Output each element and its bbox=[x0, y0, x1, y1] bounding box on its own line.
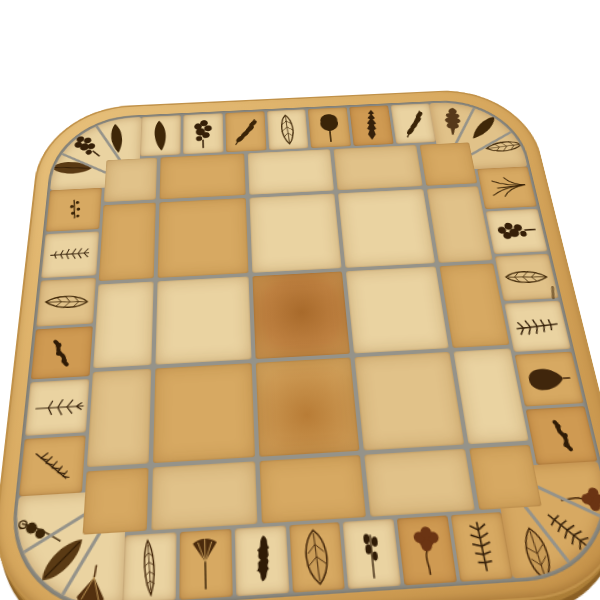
border-tile-right-5 bbox=[515, 352, 584, 407]
round-leaf-icon bbox=[518, 360, 579, 398]
field-tile-r4-c5 bbox=[453, 349, 528, 444]
paddle-leaf-icon bbox=[27, 524, 97, 596]
field-tile-r1-c5 bbox=[420, 142, 478, 185]
smooth-leaf-icon bbox=[509, 521, 566, 579]
smooth-leaf-icon bbox=[294, 525, 340, 590]
cedar-sprig-icon bbox=[508, 309, 567, 345]
field-tile-r3-c4 bbox=[346, 266, 449, 354]
grass-tuft-icon bbox=[480, 173, 533, 203]
border-tile-left-3 bbox=[36, 277, 96, 327]
border-tile-bottom-5 bbox=[343, 519, 401, 589]
field-tile-r1-c1 bbox=[104, 158, 157, 202]
border-tile-right-1 bbox=[477, 166, 537, 208]
olive-branch-icon bbox=[229, 113, 262, 151]
border-tile-bottom-6 bbox=[397, 515, 457, 585]
toothed-leaf-icon bbox=[353, 107, 389, 144]
veined-leaf-icon bbox=[39, 285, 94, 320]
lavender-sprig-icon bbox=[348, 521, 396, 586]
perspective-viewport bbox=[0, 0, 600, 600]
plain-tile-field bbox=[83, 142, 542, 534]
tabletop-wood-frame bbox=[0, 87, 600, 600]
field-tile-r4-c3 bbox=[255, 358, 359, 457]
field-tile-r1-c2 bbox=[160, 153, 246, 199]
poppy-flower-icon bbox=[553, 479, 600, 519]
border-tile-top-4 bbox=[267, 109, 309, 150]
corner-fan-bottom-left bbox=[7, 490, 127, 600]
field-tile-r3-c1 bbox=[93, 281, 153, 368]
border-tile-row-bottom bbox=[122, 512, 513, 600]
border-tile-left-6 bbox=[19, 436, 86, 497]
field-tile-r4-c1 bbox=[87, 369, 151, 467]
field-tile-r2-c3 bbox=[249, 194, 342, 273]
slim-veined-leaf-icon bbox=[128, 535, 172, 600]
corner-grout-line bbox=[493, 466, 600, 579]
tree-leaf-icon bbox=[312, 109, 347, 147]
corner-fan-bottom-right bbox=[493, 461, 600, 578]
cedar-sprig-icon bbox=[532, 497, 600, 565]
pine-branch-icon bbox=[22, 445, 83, 487]
border-tile-top-2 bbox=[183, 113, 223, 154]
border-tile-bottom-1 bbox=[122, 532, 176, 600]
poppy-flower-icon bbox=[402, 518, 451, 583]
corner-grout-line bbox=[493, 465, 600, 538]
rosemary-sprig-icon bbox=[44, 238, 97, 270]
field-tile-r1-c3 bbox=[247, 149, 334, 195]
tile-panel bbox=[3, 97, 600, 600]
corner-grout-line bbox=[7, 490, 127, 580]
border-tile-top-5 bbox=[308, 107, 351, 148]
photo-canvas bbox=[0, 0, 600, 600]
oak-cluster-icon bbox=[489, 215, 544, 246]
border-tile-bottom-2 bbox=[179, 529, 232, 600]
corner-grout-line bbox=[35, 490, 127, 600]
ginkgo-leaf-icon bbox=[68, 548, 119, 600]
field-tile-r1-c4 bbox=[334, 145, 423, 190]
dark-sprig-icon bbox=[34, 335, 91, 372]
border-tile-bottom-4 bbox=[289, 522, 345, 593]
field-tile-r5-c3 bbox=[259, 455, 366, 524]
seedpod-branch-icon bbox=[10, 509, 68, 557]
border-tile-bottom-7 bbox=[451, 512, 513, 582]
field-tile-r2-c4 bbox=[338, 189, 435, 268]
coffee-table bbox=[0, 87, 600, 600]
border-tile-left-2 bbox=[41, 231, 99, 278]
field-tile-r3-c3 bbox=[252, 271, 350, 359]
thistle-sprig-icon bbox=[28, 388, 87, 427]
border-tile-top-3 bbox=[225, 111, 266, 152]
border-tile-left-1 bbox=[46, 188, 102, 232]
border-tile-left-5 bbox=[25, 379, 89, 436]
veined-leaf-icon bbox=[498, 260, 555, 293]
oak-cluster-icon bbox=[187, 115, 219, 153]
border-tile-right-2 bbox=[486, 209, 548, 254]
field-tile-r5-c1 bbox=[83, 468, 149, 535]
field-tile-r4-c4 bbox=[355, 352, 464, 450]
heather-sprig-icon bbox=[48, 194, 99, 225]
field-tile-r2-c1 bbox=[99, 203, 156, 281]
olive-branch-icon bbox=[395, 105, 432, 142]
border-tile-right-6 bbox=[526, 406, 598, 465]
solid-leaf-icon bbox=[144, 117, 177, 155]
ginkgo-flower-icon bbox=[184, 532, 227, 598]
border-tile-top-7 bbox=[391, 103, 436, 143]
border-tile-column-right bbox=[477, 166, 597, 464]
border-tile-right-4 bbox=[504, 301, 570, 352]
field-tile-r5-c5 bbox=[469, 445, 542, 510]
crumpled-sprig-icon bbox=[240, 528, 284, 593]
border-tile-column-left bbox=[19, 188, 102, 497]
cedar-sprig-icon bbox=[456, 515, 507, 579]
field-tile-r5-c2 bbox=[151, 461, 257, 530]
dark-sprig-icon bbox=[530, 415, 594, 456]
field-tile-r4-c2 bbox=[153, 363, 255, 463]
field-tile-r5-c4 bbox=[365, 449, 475, 517]
border-tile-top-6 bbox=[350, 105, 394, 146]
border-tile-left-4 bbox=[31, 327, 93, 380]
border-tile-right-3 bbox=[495, 253, 559, 301]
field-tile-r3-c2 bbox=[155, 276, 251, 365]
border-tile-bottom-3 bbox=[234, 526, 289, 597]
field-tile-r2-c2 bbox=[158, 198, 248, 278]
border-tile-top-1 bbox=[140, 115, 181, 156]
veined-leaf-icon bbox=[271, 111, 305, 149]
